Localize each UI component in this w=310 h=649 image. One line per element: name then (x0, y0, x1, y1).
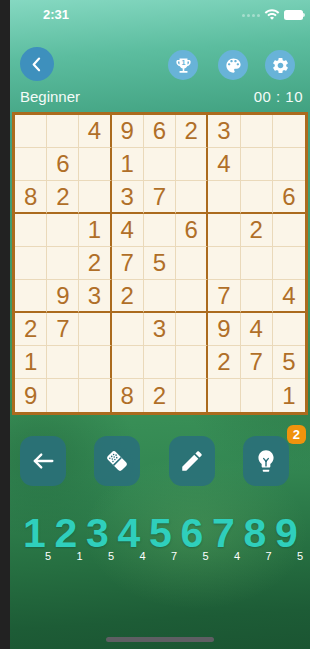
cell-r4c7[interactable] (208, 214, 240, 247)
numpad-key-9[interactable]: 95 (272, 511, 301, 562)
status-time: 2:31 (34, 7, 78, 22)
status-icons (242, 9, 305, 21)
pencil-notes-button[interactable] (169, 436, 215, 486)
cell-r8c3[interactable] (79, 346, 111, 379)
numpad-remaining-count: 1 (76, 550, 82, 562)
cell-r9c8[interactable] (241, 379, 273, 412)
numpad-digit: 5 (149, 511, 172, 555)
home-indicator[interactable] (106, 637, 214, 642)
trophy-icon: 1 (174, 56, 193, 75)
numpad-key-1[interactable]: 15 (20, 511, 49, 562)
cell-r3c2[interactable]: 2 (47, 181, 79, 214)
hint-button[interactable]: 2 (243, 436, 289, 486)
cell-r5c4[interactable]: 7 (112, 247, 144, 280)
cell-r8c2[interactable] (47, 346, 79, 379)
numpad-remaining-count: 5 (45, 550, 51, 562)
cell-r8c9[interactable]: 5 (273, 346, 305, 379)
cell-r9c7[interactable] (208, 379, 240, 412)
arrow-left-icon (29, 447, 57, 475)
cell-r2c2[interactable]: 6 (47, 148, 79, 181)
numpad-remaining-count: 4 (139, 550, 145, 562)
cell-r4c3[interactable]: 1 (79, 214, 111, 247)
cell-r8c6[interactable] (176, 346, 208, 379)
numpad-digit: 8 (244, 511, 267, 555)
gear-icon (271, 56, 290, 75)
cell-r2c5[interactable] (144, 148, 176, 181)
eraser-icon (103, 447, 131, 475)
cell-r3c5[interactable]: 7 (144, 181, 176, 214)
palette-icon (224, 56, 243, 75)
trophy-number: 1 (181, 59, 185, 67)
cell-r9c6[interactable] (176, 379, 208, 412)
cell-r8c7[interactable]: 2 (208, 346, 240, 379)
cell-r8c8[interactable]: 7 (241, 346, 273, 379)
cell-r4c5[interactable] (144, 214, 176, 247)
cell-r9c4[interactable]: 8 (112, 379, 144, 412)
game-timer: 00 : 10 (254, 88, 303, 105)
cell-r8c1[interactable]: 1 (15, 346, 47, 379)
lightbulb-icon (253, 448, 279, 474)
cell-r6c7[interactable]: 7 (208, 280, 240, 313)
numpad-digit: 1 (23, 511, 46, 555)
cell-r5c2[interactable] (47, 247, 79, 280)
cell-r5c9[interactable] (273, 247, 305, 280)
cell-r7c6[interactable] (176, 313, 208, 346)
numpad-remaining-count: 5 (297, 550, 303, 562)
cell-r9c3[interactable] (79, 379, 111, 412)
toolbar: 2 (20, 436, 289, 486)
cell-r1c5[interactable]: 6 (144, 115, 176, 148)
cell-r9c1[interactable]: 9 (15, 379, 47, 412)
cell-r9c9[interactable]: 1 (273, 379, 305, 412)
achievements-button[interactable]: 1 (168, 50, 198, 80)
cell-r6c6[interactable] (176, 280, 208, 313)
numpad-key-2[interactable]: 21 (52, 511, 81, 562)
cell-r2c8[interactable] (241, 148, 273, 181)
pencil-icon (179, 448, 205, 474)
wifi-icon (264, 9, 280, 21)
chevron-left-icon (27, 54, 47, 74)
numpad-key-4[interactable]: 44 (115, 511, 144, 562)
numpad-remaining-count: 7 (171, 550, 177, 562)
cell-r2c4[interactable]: 1 (112, 148, 144, 181)
cell-r1c1[interactable] (15, 115, 47, 148)
undo-button[interactable] (20, 436, 66, 486)
hint-count-badge: 2 (287, 425, 306, 444)
cell-r1c6[interactable]: 2 (176, 115, 208, 148)
cell-r1c8[interactable] (241, 115, 273, 148)
numpad-remaining-count: 5 (202, 550, 208, 562)
cell-r6c8[interactable] (241, 280, 273, 313)
cell-r5c6[interactable] (176, 247, 208, 280)
cell-r4c8[interactable]: 2 (241, 214, 273, 247)
cell-r5c3[interactable]: 2 (79, 247, 111, 280)
cell-r6c4[interactable]: 2 (112, 280, 144, 313)
cell-r7c4[interactable] (112, 313, 144, 346)
cell-r3c9[interactable]: 6 (273, 181, 305, 214)
cell-r2c6[interactable] (176, 148, 208, 181)
numpad-key-3[interactable]: 35 (83, 511, 112, 562)
signal-icon (242, 14, 260, 17)
cell-r7c5[interactable]: 3 (144, 313, 176, 346)
numpad-remaining-count: 7 (265, 550, 271, 562)
erase-button[interactable] (94, 436, 140, 486)
numpad-digit: 7 (212, 511, 235, 555)
numpad-key-5[interactable]: 57 (146, 511, 175, 562)
cell-r1c4[interactable]: 9 (112, 115, 144, 148)
numpad-digit: 4 (118, 511, 141, 555)
cell-r4c9[interactable] (273, 214, 305, 247)
cell-r3c6[interactable] (176, 181, 208, 214)
sudoku-grid: 49623614823761462275932742739412759821 (12, 112, 308, 415)
cell-r8c4[interactable] (112, 346, 144, 379)
cell-r3c3[interactable] (79, 181, 111, 214)
number-pad: 152135445765748795 (20, 511, 301, 562)
cell-r4c6[interactable]: 6 (176, 214, 208, 247)
cell-r2c1[interactable] (15, 148, 47, 181)
battery-icon (284, 10, 305, 20)
difficulty-label: Beginner (20, 88, 80, 105)
numpad-digit: 3 (86, 511, 109, 555)
numpad-key-6[interactable]: 65 (178, 511, 207, 562)
cell-r5c7[interactable] (208, 247, 240, 280)
numpad-key-8[interactable]: 87 (241, 511, 270, 562)
numpad-key-7[interactable]: 74 (209, 511, 238, 562)
cell-r5c1[interactable] (15, 247, 47, 280)
cell-r5c8[interactable] (241, 247, 273, 280)
cell-r3c4[interactable]: 3 (112, 181, 144, 214)
cell-r6c5[interactable] (144, 280, 176, 313)
numpad-remaining-count: 4 (234, 550, 240, 562)
cell-r4c1[interactable] (15, 214, 47, 247)
cell-r7c9[interactable] (273, 313, 305, 346)
cell-r4c2[interactable] (47, 214, 79, 247)
cell-r7c3[interactable] (79, 313, 111, 346)
numpad-digit: 9 (275, 511, 298, 555)
cell-r6c2[interactable]: 9 (47, 280, 79, 313)
cell-r3c7[interactable] (208, 181, 240, 214)
cell-r1c2[interactable] (47, 115, 79, 148)
cell-r3c8[interactable] (241, 181, 273, 214)
cell-r6c3[interactable]: 3 (79, 280, 111, 313)
cell-r9c2[interactable] (47, 379, 79, 412)
cell-r2c3[interactable] (79, 148, 111, 181)
cell-r7c8[interactable]: 4 (241, 313, 273, 346)
cell-r7c2[interactable]: 7 (47, 313, 79, 346)
cell-r2c7[interactable]: 4 (208, 148, 240, 181)
cell-r5c5[interactable]: 5 (144, 247, 176, 280)
cell-r1c7[interactable]: 3 (208, 115, 240, 148)
sudoku-app-screen: 2:31 1 (10, 0, 310, 649)
theme-button[interactable] (218, 50, 248, 80)
cell-r7c7[interactable]: 9 (208, 313, 240, 346)
numpad-digit: 6 (181, 511, 204, 555)
back-button[interactable] (20, 47, 54, 81)
cell-r2c9[interactable] (273, 148, 305, 181)
cell-r1c3[interactable]: 4 (79, 115, 111, 148)
cell-r8c5[interactable] (144, 346, 176, 379)
numpad-digit: 2 (55, 511, 78, 555)
cell-r4c4[interactable]: 4 (112, 214, 144, 247)
cell-r6c9[interactable]: 4 (273, 280, 305, 313)
cell-r9c5[interactable]: 2 (144, 379, 176, 412)
cell-r1c9[interactable] (273, 115, 305, 148)
cell-r7c1[interactable]: 2 (15, 313, 47, 346)
numpad-remaining-count: 5 (108, 550, 114, 562)
settings-button[interactable] (265, 50, 295, 80)
cell-r6c1[interactable] (15, 280, 47, 313)
cell-r3c1[interactable]: 8 (15, 181, 47, 214)
